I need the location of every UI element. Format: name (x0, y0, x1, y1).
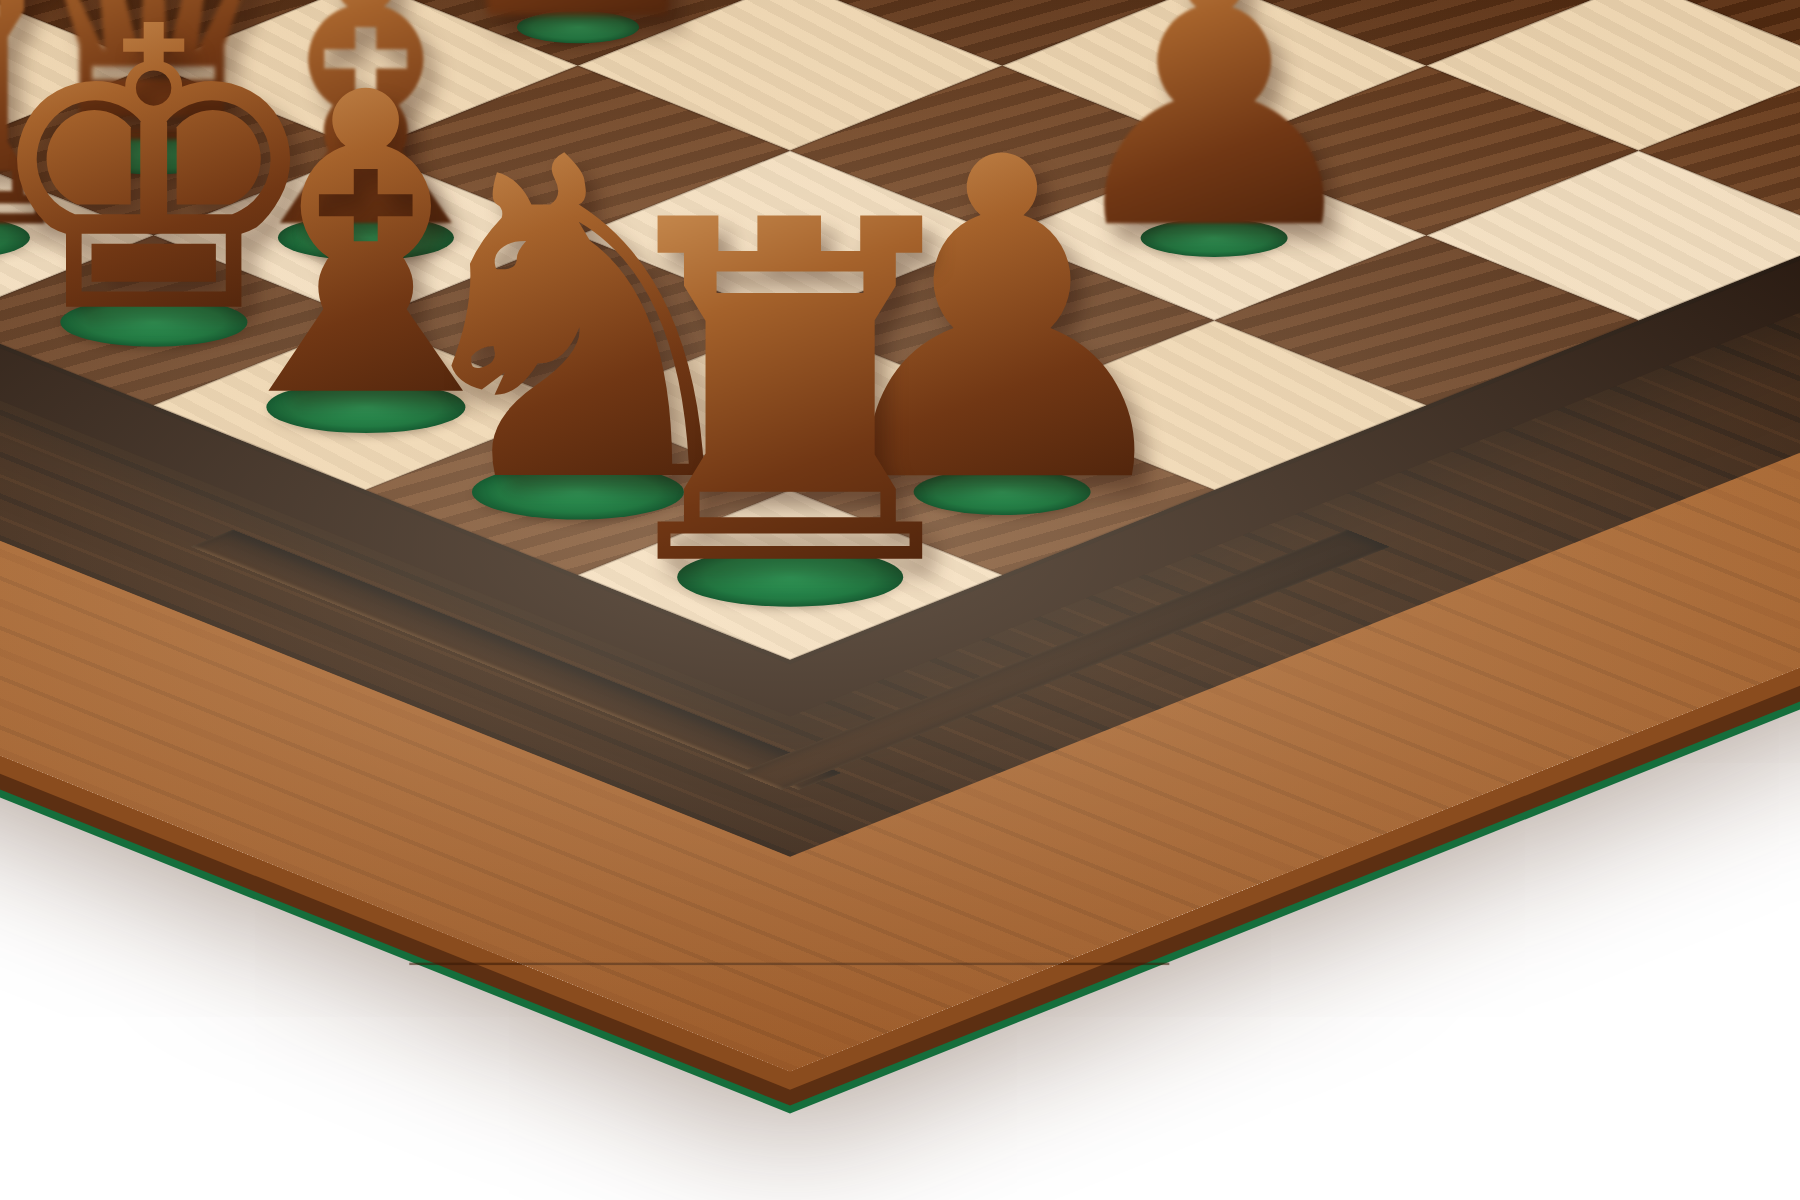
frame-mitre-seam (409, 963, 1169, 965)
board-inner-border (0, 0, 1800, 857)
board-frame (0, 0, 1800, 1072)
chess-photo-scene: ♜♚♝♞♜♛♝♟♟♟ (0, 0, 1800, 1200)
